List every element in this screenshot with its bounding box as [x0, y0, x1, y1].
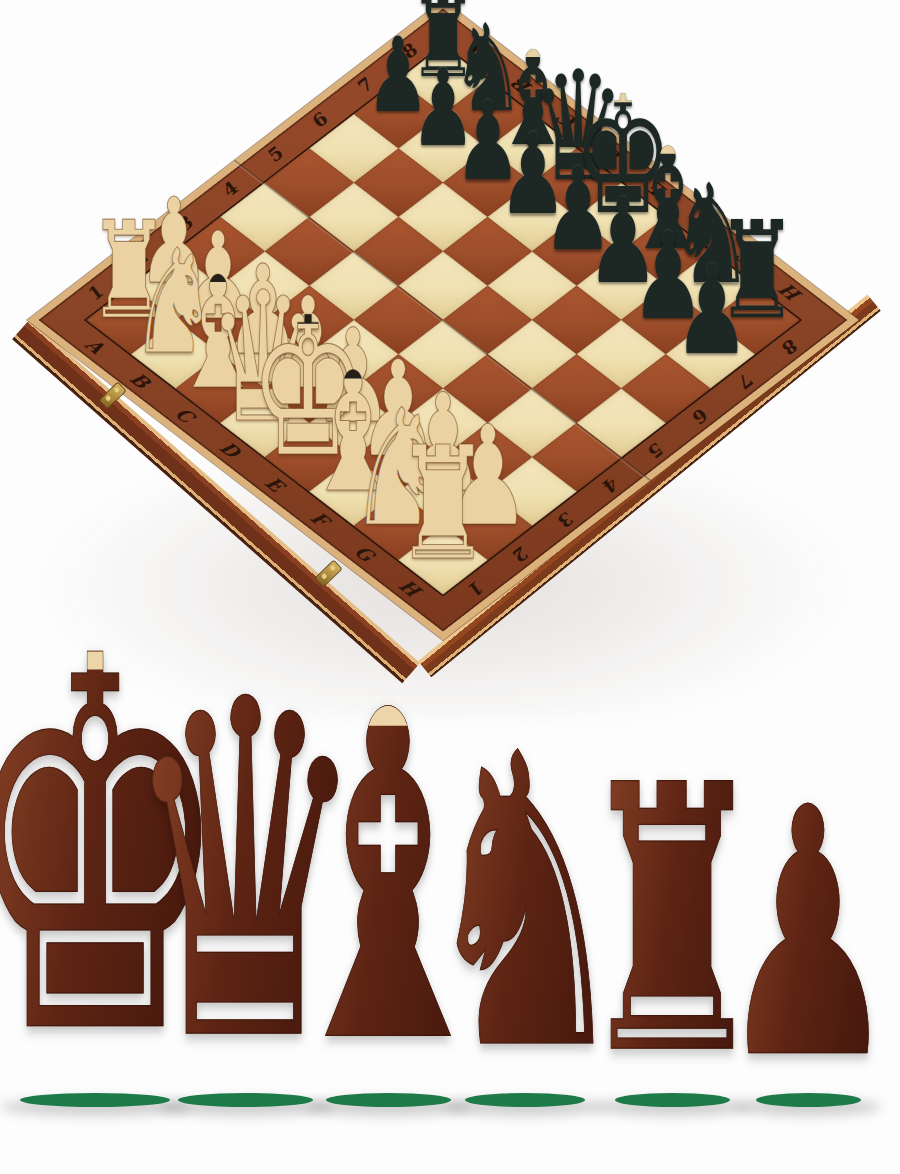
- chess-set-photo: AABBCCDDEEFFGGHH1122334455667788 ♜♞♝♝♛♚♚…: [0, 0, 900, 1174]
- pieces-display: ♚♚♛♝♝♞♜♟: [0, 620, 900, 1174]
- display-piece-pawn: ♟: [718, 763, 899, 1105]
